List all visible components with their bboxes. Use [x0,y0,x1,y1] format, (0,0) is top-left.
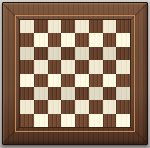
square-e4[interactable] [75,74,89,87]
square-e6[interactable] [75,47,89,60]
square-h4[interactable] [116,74,130,87]
square-h8[interactable] [116,20,130,33]
square-b1[interactable] [34,114,48,127]
square-f8[interactable] [89,20,103,33]
square-d5[interactable] [61,60,75,73]
square-a5[interactable] [20,60,34,73]
square-h7[interactable] [116,33,130,46]
square-g7[interactable] [103,33,117,46]
square-a6[interactable] [20,47,34,60]
square-d3[interactable] [61,87,75,100]
square-a1[interactable] [20,114,34,127]
square-b2[interactable] [34,100,48,113]
square-d7[interactable] [61,33,75,46]
square-f5[interactable] [89,60,103,73]
square-d8[interactable] [61,20,75,33]
square-c3[interactable] [48,87,62,100]
square-b3[interactable] [34,87,48,100]
board-grid [19,19,131,128]
square-h6[interactable] [116,47,130,60]
square-c6[interactable] [48,47,62,60]
frame-miter-bottom-right [129,125,148,144]
square-g2[interactable] [103,100,117,113]
square-a2[interactable] [20,100,34,113]
square-d1[interactable] [61,114,75,127]
square-f4[interactable] [89,74,103,87]
square-b8[interactable] [34,20,48,33]
square-g1[interactable] [103,114,117,127]
board-photo [0,0,150,148]
square-h1[interactable] [116,114,130,127]
square-b4[interactable] [34,74,48,87]
square-d4[interactable] [61,74,75,87]
square-f3[interactable] [89,87,103,100]
square-e8[interactable] [75,20,89,33]
square-c7[interactable] [48,33,62,46]
square-g3[interactable] [103,87,117,100]
square-d6[interactable] [61,47,75,60]
square-h2[interactable] [116,100,130,113]
square-g6[interactable] [103,47,117,60]
square-c4[interactable] [48,74,62,87]
square-h5[interactable] [116,60,130,73]
square-g5[interactable] [103,60,117,73]
square-f7[interactable] [89,33,103,46]
square-f6[interactable] [89,47,103,60]
square-a4[interactable] [20,74,34,87]
square-c2[interactable] [48,100,62,113]
square-e5[interactable] [75,60,89,73]
square-a3[interactable] [20,87,34,100]
square-c8[interactable] [48,20,62,33]
square-b7[interactable] [34,33,48,46]
square-c5[interactable] [48,60,62,73]
chess-board [2,2,148,145]
square-e7[interactable] [75,33,89,46]
square-e3[interactable] [75,87,89,100]
square-f1[interactable] [89,114,103,127]
square-f2[interactable] [89,100,103,113]
square-b6[interactable] [34,47,48,60]
square-a7[interactable] [20,33,34,46]
square-g8[interactable] [103,20,117,33]
square-c1[interactable] [48,114,62,127]
square-d2[interactable] [61,100,75,113]
square-e1[interactable] [75,114,89,127]
square-a8[interactable] [20,20,34,33]
square-e2[interactable] [75,100,89,113]
square-h3[interactable] [116,87,130,100]
square-b5[interactable] [34,60,48,73]
frame-miter-top-right [129,3,148,22]
square-g4[interactable] [103,74,117,87]
